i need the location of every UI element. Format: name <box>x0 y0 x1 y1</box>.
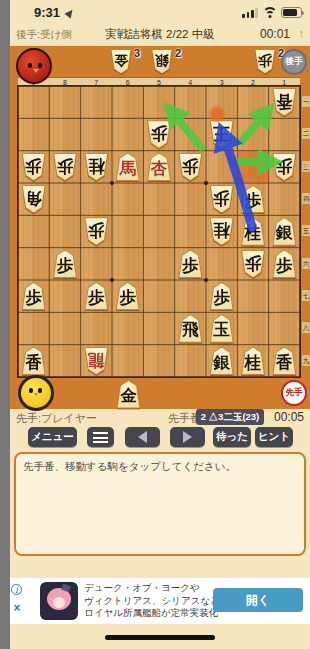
piece-馬-6-3[interactable]: 馬 <box>115 153 140 182</box>
rank-label-3: 三 <box>302 161 310 172</box>
undo-button[interactable]: 待った <box>213 427 251 447</box>
next-icon <box>183 431 192 443</box>
piece-王-3-2[interactable]: 王 <box>209 120 234 149</box>
piece-歩-1-6[interactable]: 歩 <box>272 250 297 279</box>
gote-clock: 00:01 <box>260 27 290 41</box>
ad-close-icon[interactable]: × <box>11 602 23 614</box>
player-label: 先手:プレイヤー <box>16 411 97 426</box>
sente-hand-bar: 金 先手 <box>10 377 310 409</box>
piece-香-9-9[interactable]: 香 <box>21 347 46 376</box>
piece-歩-9-7[interactable]: 歩 <box>21 282 46 311</box>
sente-clock: 00:05 <box>274 410 304 424</box>
piece-歩[interactable]: 歩 <box>254 49 276 74</box>
gote-hand-歩: 歩2 <box>254 49 276 75</box>
rank-label-9: 九 <box>302 355 310 366</box>
signal-icon <box>242 8 258 18</box>
moves-list-button[interactable] <box>87 427 114 447</box>
piece-香-1-1[interactable]: 香 <box>272 88 297 117</box>
move-status-row: 先手:プレイヤー 先手番 2 △3二玉(23) 00:05 <box>10 409 310 427</box>
toolbar: メニュー 待った ヒント <box>10 427 310 449</box>
piece-龍-7-9[interactable]: 龍 <box>84 347 109 376</box>
ad-open-button[interactable]: 開く <box>213 588 303 612</box>
game-area: 金3銀2歩2 後手 987654321 香歩王歩歩桂馬杏歩歩角歩歩歩桂桂銀歩歩歩… <box>10 46 310 409</box>
turn-arrow-icon: ↑ <box>299 27 305 39</box>
last-move-badge[interactable]: 2 △3二玉(23) <box>196 409 264 425</box>
clock-time: 9:31 <box>34 5 60 20</box>
piece-歩-6-7[interactable]: 歩 <box>115 282 140 311</box>
piece-歩-5-2[interactable]: 歩 <box>147 120 172 149</box>
wifi-icon <box>262 7 277 18</box>
piece-歩-3-4[interactable]: 歩 <box>209 185 234 214</box>
piece-歩-8-3[interactable]: 歩 <box>53 153 78 182</box>
piece-銀[interactable]: 銀 <box>151 49 173 74</box>
gote-hand-bar: 金3銀2歩2 後手 <box>10 46 310 78</box>
piece-香-1-9[interactable]: 香 <box>272 347 297 376</box>
piece-桂-3-5[interactable]: 桂 <box>209 217 234 246</box>
rank-label-8: 八 <box>302 322 310 333</box>
piece-歩-7-7[interactable]: 歩 <box>84 282 109 311</box>
piece-歩-8-6[interactable]: 歩 <box>53 250 78 279</box>
ad-line-2: ヴィクトリアス、シリアスなどの <box>84 595 214 608</box>
sente-avatar <box>18 375 54 411</box>
rank-label-4: 四 <box>302 193 310 204</box>
message-box: 先手番、移動する駒をタップしてください。 <box>14 452 306 556</box>
gote-badge: 後手 <box>281 49 307 75</box>
hand-count: 3 <box>134 47 140 59</box>
prev-move-button[interactable] <box>125 427 160 447</box>
piece-歩-4-3[interactable]: 歩 <box>178 153 203 182</box>
battery-icon <box>281 7 302 18</box>
prev-icon <box>138 431 147 443</box>
file-coordinates: 987654321 <box>18 77 300 86</box>
instruction-text: 先手番、移動する駒をタップしてください。 <box>23 459 297 473</box>
hamburger-icon <box>93 432 108 443</box>
piece-歩-3-7[interactable]: 歩 <box>209 282 234 311</box>
ad-info-icon[interactable]: i <box>11 584 22 595</box>
sente-hand-金[interactable]: 金 <box>116 380 141 406</box>
gote-hand-銀: 銀2 <box>151 49 173 75</box>
piece-金[interactable]: 金 <box>110 49 132 74</box>
hand-count: 2 <box>175 47 181 59</box>
rank-label-2: 二 <box>302 128 310 139</box>
sente-badge: 先手 <box>281 380 307 406</box>
piece-歩-9-3[interactable]: 歩 <box>21 153 46 182</box>
gote-hand-金: 金3 <box>110 49 132 75</box>
menu-button[interactable]: メニュー <box>28 427 77 447</box>
rank-label-5: 五 <box>302 225 310 236</box>
game-header: 後手:受け側 実戦詰将棋 2/22 中級 00:01 ↑ <box>10 24 310 46</box>
piece-角-9-4[interactable]: 角 <box>21 185 46 214</box>
next-move-button[interactable] <box>170 427 205 447</box>
pieces-layer: 香歩王歩歩桂馬杏歩歩角歩歩歩桂桂銀歩歩歩歩歩歩歩歩飛玉香龍銀桂香 <box>18 86 300 377</box>
location-arrow-icon <box>64 7 75 18</box>
status-bar: 9:31 <box>10 0 310 24</box>
shogi-board[interactable]: 香歩王歩歩桂馬杏歩歩角歩歩歩桂桂銀歩歩歩歩歩歩歩歩飛玉香龍銀桂香 <box>18 86 300 377</box>
ad-line-3: ロイヤル所属艦船が定常実装化 <box>84 607 214 620</box>
piece-飛-4-8[interactable]: 飛 <box>178 314 203 343</box>
ad-thumbnail[interactable] <box>40 582 78 620</box>
rank-label-6: 六 <box>302 258 310 269</box>
home-indicator[interactable] <box>105 635 215 640</box>
rank-label-1: 一 <box>302 96 310 107</box>
piece-桂-2-5[interactable]: 桂 <box>241 217 266 246</box>
piece-銀-3-9[interactable]: 銀 <box>209 347 234 376</box>
app-screen: 9:31 後手:受け側 実戦詰将棋 2/22 中級 00:01 ↑ 金3銀2歩2… <box>10 0 310 649</box>
piece-歩-2-4[interactable]: 歩 <box>241 185 266 214</box>
piece-桂-2-9[interactable]: 桂 <box>241 347 266 376</box>
ad-text[interactable]: デューク・オブ・ヨークや ヴィクトリアス、シリアスなどの ロイヤル所属艦船が定常… <box>84 582 214 620</box>
hint-button[interactable]: ヒント <box>255 427 293 447</box>
piece-銀-1-5[interactable]: 銀 <box>272 217 297 246</box>
piece-歩-4-6[interactable]: 歩 <box>178 250 203 279</box>
piece-桂-7-3[interactable]: 桂 <box>84 153 109 182</box>
ad-line-1: デューク・オブ・ヨークや <box>84 582 214 595</box>
ad-banner: i × デューク・オブ・ヨークや ヴィクトリアス、シリアスなどの ロイヤル所属艦… <box>10 578 310 624</box>
piece-歩-2-6[interactable]: 歩 <box>241 250 266 279</box>
gote-avatar <box>16 48 52 84</box>
piece-杏-5-3[interactable]: 杏 <box>147 153 172 182</box>
piece-歩-7-5[interactable]: 歩 <box>84 217 109 246</box>
piece-玉-3-8[interactable]: 玉 <box>209 314 234 343</box>
piece-歩-1-3[interactable]: 歩 <box>272 153 297 182</box>
piece-金[interactable]: 金 <box>116 380 141 409</box>
rank-label-7: 七 <box>302 290 310 301</box>
